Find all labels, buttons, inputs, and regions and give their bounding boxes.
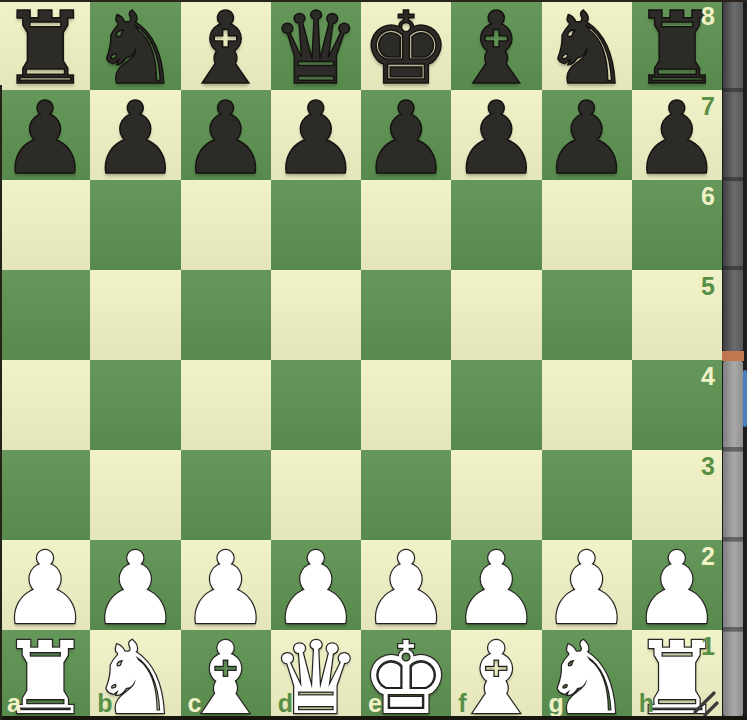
square-g3[interactable] bbox=[542, 450, 632, 540]
black-knight[interactable]: ♞ bbox=[542, 0, 632, 90]
black-king[interactable]: ♚ bbox=[361, 0, 451, 90]
side-panel-divider bbox=[723, 88, 743, 93]
square-h4[interactable]: 4 bbox=[632, 360, 722, 450]
black-bishop[interactable]: ♝ bbox=[451, 0, 541, 90]
square-f2[interactable]: ♟ bbox=[451, 540, 541, 630]
square-a7[interactable]: ♟ bbox=[0, 90, 90, 180]
window-bottom-edge bbox=[0, 716, 747, 720]
square-f5[interactable] bbox=[451, 270, 541, 360]
square-b2[interactable]: ♟ bbox=[90, 540, 180, 630]
square-e1[interactable]: e♚ bbox=[361, 630, 451, 720]
square-a4[interactable] bbox=[0, 360, 90, 450]
square-f3[interactable] bbox=[451, 450, 541, 540]
black-pawn[interactable]: ♟ bbox=[0, 90, 90, 180]
square-d1[interactable]: d♛ bbox=[271, 630, 361, 720]
chess-board: ♜♞♝♛♚♝♞8♜♟♟♟♟♟♟♟7♟6543♟♟♟♟♟♟♟2♟a♜b♞c♝d♛e… bbox=[0, 0, 722, 720]
square-d7[interactable]: ♟ bbox=[271, 90, 361, 180]
square-g7[interactable]: ♟ bbox=[542, 90, 632, 180]
square-b4[interactable] bbox=[90, 360, 180, 450]
side-panel-scrollbar[interactable] bbox=[722, 0, 747, 720]
square-c1[interactable]: c♝ bbox=[181, 630, 271, 720]
side-panel-orange-divider bbox=[722, 351, 744, 361]
white-pawn[interactable]: ♟ bbox=[542, 540, 632, 630]
square-c3[interactable] bbox=[181, 450, 271, 540]
square-h8[interactable]: 8♜ bbox=[632, 0, 722, 90]
black-pawn[interactable]: ♟ bbox=[181, 90, 271, 180]
board-resize-handle[interactable] bbox=[690, 688, 720, 718]
black-pawn[interactable]: ♟ bbox=[632, 90, 722, 180]
white-knight[interactable]: ♞ bbox=[542, 630, 632, 720]
square-d5[interactable] bbox=[271, 270, 361, 360]
square-b5[interactable] bbox=[90, 270, 180, 360]
square-g8[interactable]: ♞ bbox=[542, 0, 632, 90]
square-h5[interactable]: 5 bbox=[632, 270, 722, 360]
white-pawn[interactable]: ♟ bbox=[632, 540, 722, 630]
chess-app-window: ♜♞♝♛♚♝♞8♜♟♟♟♟♟♟♟7♟6543♟♟♟♟♟♟♟2♟a♜b♞c♝d♛e… bbox=[0, 0, 747, 720]
square-e7[interactable]: ♟ bbox=[361, 90, 451, 180]
square-f8[interactable]: ♝ bbox=[451, 0, 541, 90]
square-c2[interactable]: ♟ bbox=[181, 540, 271, 630]
white-pawn[interactable]: ♟ bbox=[90, 540, 180, 630]
side-panel-divider bbox=[723, 177, 743, 182]
white-knight[interactable]: ♞ bbox=[90, 630, 180, 720]
square-c4[interactable] bbox=[181, 360, 271, 450]
square-d2[interactable]: ♟ bbox=[271, 540, 361, 630]
square-a3[interactable] bbox=[0, 450, 90, 540]
black-pawn[interactable]: ♟ bbox=[542, 90, 632, 180]
square-a1[interactable]: a♜ bbox=[0, 630, 90, 720]
white-pawn[interactable]: ♟ bbox=[271, 540, 361, 630]
white-pawn[interactable]: ♟ bbox=[0, 540, 90, 630]
square-a5[interactable] bbox=[0, 270, 90, 360]
square-e4[interactable] bbox=[361, 360, 451, 450]
side-panel-divider bbox=[723, 537, 743, 542]
black-bishop[interactable]: ♝ bbox=[181, 0, 271, 90]
square-h2[interactable]: 2♟ bbox=[632, 540, 722, 630]
square-g1[interactable]: g♞ bbox=[542, 630, 632, 720]
square-a2[interactable]: ♟ bbox=[0, 540, 90, 630]
square-e5[interactable] bbox=[361, 270, 451, 360]
white-rook[interactable]: ♜ bbox=[0, 630, 90, 720]
black-pawn[interactable]: ♟ bbox=[451, 90, 541, 180]
square-e8[interactable]: ♚ bbox=[361, 0, 451, 90]
white-pawn[interactable]: ♟ bbox=[361, 540, 451, 630]
square-d3[interactable] bbox=[271, 450, 361, 540]
rank-label: 3 bbox=[701, 454, 715, 479]
square-b3[interactable] bbox=[90, 450, 180, 540]
black-rook[interactable]: ♜ bbox=[632, 0, 722, 90]
window-left-edge bbox=[0, 85, 2, 720]
black-rook[interactable]: ♜ bbox=[0, 0, 90, 90]
square-c7[interactable]: ♟ bbox=[181, 90, 271, 180]
side-panel-blue-accent bbox=[743, 370, 747, 427]
white-king[interactable]: ♚ bbox=[361, 630, 451, 720]
square-c8[interactable]: ♝ bbox=[181, 0, 271, 90]
square-b1[interactable]: b♞ bbox=[90, 630, 180, 720]
square-a8[interactable]: ♜ bbox=[0, 0, 90, 90]
black-pawn[interactable]: ♟ bbox=[271, 90, 361, 180]
window-top-edge bbox=[0, 0, 747, 2]
black-pawn[interactable]: ♟ bbox=[361, 90, 451, 180]
white-queen[interactable]: ♛ bbox=[271, 630, 361, 720]
square-g4[interactable] bbox=[542, 360, 632, 450]
square-b7[interactable]: ♟ bbox=[90, 90, 180, 180]
rank-label: 4 bbox=[701, 364, 715, 389]
white-bishop[interactable]: ♝ bbox=[451, 630, 541, 720]
white-pawn[interactable]: ♟ bbox=[451, 540, 541, 630]
side-panel-divider bbox=[723, 627, 743, 632]
square-d8[interactable]: ♛ bbox=[271, 0, 361, 90]
white-pawn[interactable]: ♟ bbox=[181, 540, 271, 630]
black-pawn[interactable]: ♟ bbox=[90, 90, 180, 180]
square-g5[interactable] bbox=[542, 270, 632, 360]
white-bishop[interactable]: ♝ bbox=[181, 630, 271, 720]
black-knight[interactable]: ♞ bbox=[90, 0, 180, 90]
square-h3[interactable]: 3 bbox=[632, 450, 722, 540]
square-e2[interactable]: ♟ bbox=[361, 540, 451, 630]
square-f4[interactable] bbox=[451, 360, 541, 450]
square-d4[interactable] bbox=[271, 360, 361, 450]
square-f7[interactable]: ♟ bbox=[451, 90, 541, 180]
side-panel-upper-section bbox=[723, 0, 743, 351]
square-c5[interactable] bbox=[181, 270, 271, 360]
side-panel-divider bbox=[723, 447, 743, 452]
square-b8[interactable]: ♞ bbox=[90, 0, 180, 90]
square-f1[interactable]: f♝ bbox=[451, 630, 541, 720]
square-g2[interactable]: ♟ bbox=[542, 540, 632, 630]
square-h7[interactable]: 7♟ bbox=[632, 90, 722, 180]
square-e3[interactable] bbox=[361, 450, 451, 540]
rank-label: 5 bbox=[701, 274, 715, 299]
side-panel-divider bbox=[723, 266, 743, 271]
black-queen[interactable]: ♛ bbox=[271, 0, 361, 90]
